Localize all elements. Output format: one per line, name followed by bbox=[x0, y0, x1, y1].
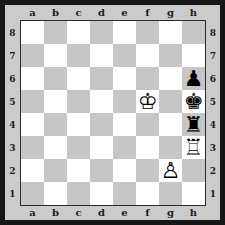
square-e3[interactable] bbox=[113, 136, 136, 159]
file-labels-bottom: abcdefgh bbox=[21, 206, 205, 220]
chess-board: ♟♔♚♜♖♙ bbox=[20, 20, 206, 206]
file-label-b: b bbox=[44, 5, 67, 20]
square-h8[interactable] bbox=[182, 21, 205, 44]
square-b5[interactable] bbox=[44, 90, 67, 113]
square-c8[interactable] bbox=[67, 21, 90, 44]
rank-label-4: 4 bbox=[206, 113, 220, 136]
square-d7[interactable] bbox=[90, 44, 113, 67]
white-pawn: ♙ bbox=[161, 159, 181, 182]
square-f8[interactable] bbox=[136, 21, 159, 44]
white-king: ♔ bbox=[138, 90, 158, 113]
square-d8[interactable] bbox=[90, 21, 113, 44]
rank-labels-right: 87654321 bbox=[206, 21, 220, 205]
rank-label-7: 7 bbox=[5, 44, 20, 67]
square-d4[interactable] bbox=[90, 113, 113, 136]
rank-label-3: 3 bbox=[206, 136, 220, 159]
square-b4[interactable] bbox=[44, 113, 67, 136]
square-g2[interactable]: ♙ bbox=[159, 159, 182, 182]
square-g1[interactable] bbox=[159, 182, 182, 205]
square-g3[interactable] bbox=[159, 136, 182, 159]
square-b8[interactable] bbox=[44, 21, 67, 44]
square-h4[interactable]: ♜ bbox=[182, 113, 205, 136]
black-pawn: ♟ bbox=[184, 67, 204, 90]
square-f2[interactable] bbox=[136, 159, 159, 182]
square-g6[interactable] bbox=[159, 67, 182, 90]
square-d5[interactable] bbox=[90, 90, 113, 113]
rank-labels-left: 87654321 bbox=[5, 21, 20, 205]
square-f7[interactable] bbox=[136, 44, 159, 67]
square-f4[interactable] bbox=[136, 113, 159, 136]
square-d1[interactable] bbox=[90, 182, 113, 205]
file-label-f: f bbox=[136, 5, 159, 20]
square-b3[interactable] bbox=[44, 136, 67, 159]
file-label-b: b bbox=[44, 206, 67, 220]
square-e4[interactable] bbox=[113, 113, 136, 136]
square-c7[interactable] bbox=[67, 44, 90, 67]
rank-label-5: 5 bbox=[5, 90, 20, 113]
square-e7[interactable] bbox=[113, 44, 136, 67]
square-b2[interactable] bbox=[44, 159, 67, 182]
file-label-c: c bbox=[67, 206, 90, 220]
square-c1[interactable] bbox=[67, 182, 90, 205]
rank-label-1: 1 bbox=[5, 182, 20, 205]
square-h1[interactable] bbox=[182, 182, 205, 205]
square-g7[interactable] bbox=[159, 44, 182, 67]
square-h6[interactable]: ♟ bbox=[182, 67, 205, 90]
square-e1[interactable] bbox=[113, 182, 136, 205]
square-a8[interactable] bbox=[21, 21, 44, 44]
square-h2[interactable] bbox=[182, 159, 205, 182]
rank-label-3: 3 bbox=[5, 136, 20, 159]
rank-label-4: 4 bbox=[5, 113, 20, 136]
square-a1[interactable] bbox=[21, 182, 44, 205]
square-g5[interactable] bbox=[159, 90, 182, 113]
black-king: ♚ bbox=[184, 90, 204, 113]
square-b7[interactable] bbox=[44, 44, 67, 67]
file-label-d: d bbox=[90, 206, 113, 220]
square-e5[interactable] bbox=[113, 90, 136, 113]
rank-label-2: 2 bbox=[206, 159, 220, 182]
square-f5[interactable]: ♔ bbox=[136, 90, 159, 113]
square-f6[interactable] bbox=[136, 67, 159, 90]
file-label-d: d bbox=[90, 5, 113, 20]
square-d2[interactable] bbox=[90, 159, 113, 182]
rank-label-8: 8 bbox=[206, 21, 220, 44]
square-d6[interactable] bbox=[90, 67, 113, 90]
square-d3[interactable] bbox=[90, 136, 113, 159]
file-label-e: e bbox=[113, 206, 136, 220]
file-labels-top: abcdefgh bbox=[21, 5, 205, 20]
file-label-g: g bbox=[159, 5, 182, 20]
rank-label-6: 6 bbox=[5, 67, 20, 90]
square-c6[interactable] bbox=[67, 67, 90, 90]
square-c2[interactable] bbox=[67, 159, 90, 182]
black-rook: ♜ bbox=[184, 113, 204, 136]
file-label-h: h bbox=[182, 206, 205, 220]
square-e2[interactable] bbox=[113, 159, 136, 182]
square-c3[interactable] bbox=[67, 136, 90, 159]
square-f1[interactable] bbox=[136, 182, 159, 205]
square-b6[interactable] bbox=[44, 67, 67, 90]
rank-label-1: 1 bbox=[206, 182, 220, 205]
rank-label-7: 7 bbox=[206, 44, 220, 67]
rank-label-8: 8 bbox=[5, 21, 20, 44]
square-g4[interactable] bbox=[159, 113, 182, 136]
white-rook: ♖ bbox=[184, 136, 204, 159]
square-b1[interactable] bbox=[44, 182, 67, 205]
rank-label-5: 5 bbox=[206, 90, 220, 113]
file-label-h: h bbox=[182, 5, 205, 20]
square-h5[interactable]: ♚ bbox=[182, 90, 205, 113]
rank-label-2: 2 bbox=[5, 159, 20, 182]
square-a2[interactable] bbox=[21, 159, 44, 182]
square-a4[interactable] bbox=[21, 113, 44, 136]
file-label-a: a bbox=[21, 206, 44, 220]
square-a3[interactable] bbox=[21, 136, 44, 159]
file-label-c: c bbox=[67, 5, 90, 20]
file-label-g: g bbox=[159, 206, 182, 220]
file-label-e: e bbox=[113, 5, 136, 20]
file-label-f: f bbox=[136, 206, 159, 220]
rank-label-6: 6 bbox=[206, 67, 220, 90]
square-h7[interactable] bbox=[182, 44, 205, 67]
square-e8[interactable] bbox=[113, 21, 136, 44]
square-c5[interactable] bbox=[67, 90, 90, 113]
chess-diagram: abcdefgh abcdefgh 87654321 87654321 ♟♔♚♜… bbox=[0, 0, 225, 225]
square-e6[interactable] bbox=[113, 67, 136, 90]
square-a6[interactable] bbox=[21, 67, 44, 90]
file-label-a: a bbox=[21, 5, 44, 20]
square-g8[interactable] bbox=[159, 21, 182, 44]
square-a7[interactable] bbox=[21, 44, 44, 67]
square-f3[interactable] bbox=[136, 136, 159, 159]
square-a5[interactable] bbox=[21, 90, 44, 113]
square-c4[interactable] bbox=[67, 113, 90, 136]
square-h3[interactable]: ♖ bbox=[182, 136, 205, 159]
